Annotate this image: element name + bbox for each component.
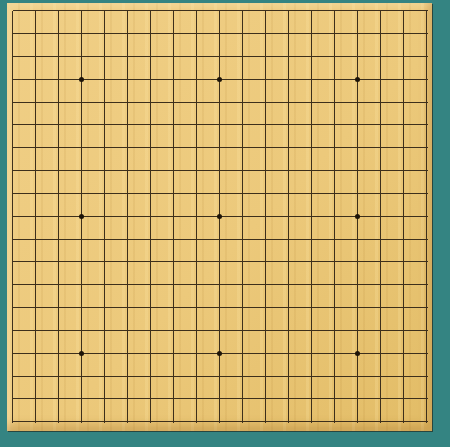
grid-line-vertical xyxy=(288,11,289,423)
grid-line-horizontal xyxy=(13,307,428,308)
star-point xyxy=(79,77,84,82)
grid-line-horizontal xyxy=(13,56,428,57)
star-point xyxy=(79,214,84,219)
grid-line-vertical xyxy=(426,11,427,423)
grid-line-horizontal xyxy=(13,284,428,285)
go-board[interactable] xyxy=(7,3,432,431)
grid-line-horizontal xyxy=(13,261,428,262)
grid-line-horizontal xyxy=(13,170,428,171)
grid-line-horizontal xyxy=(13,376,428,377)
grid-line-horizontal xyxy=(13,398,428,399)
grid-line-vertical xyxy=(311,11,312,423)
grid-line-horizontal xyxy=(13,33,428,34)
star-point xyxy=(355,214,360,219)
grid-line-horizontal xyxy=(13,10,428,11)
grid-line-vertical xyxy=(334,11,335,423)
grid-line-horizontal xyxy=(13,124,428,125)
grid-line-vertical xyxy=(265,11,266,423)
grid-line-horizontal xyxy=(13,147,428,148)
grid-line-horizontal xyxy=(13,102,428,103)
grid-line-horizontal xyxy=(13,239,428,240)
star-point xyxy=(217,77,222,82)
star-point xyxy=(355,351,360,356)
star-point xyxy=(217,351,222,356)
grid-line-vertical xyxy=(242,11,243,423)
grid-line-horizontal xyxy=(13,421,428,422)
grid-line-horizontal xyxy=(13,193,428,194)
goban-frame xyxy=(0,0,450,447)
star-point xyxy=(355,77,360,82)
grid-line-horizontal xyxy=(13,330,428,331)
star-point xyxy=(217,214,222,219)
grid-line-vertical xyxy=(380,11,381,423)
star-point xyxy=(79,351,84,356)
grid-line-vertical xyxy=(403,11,404,423)
